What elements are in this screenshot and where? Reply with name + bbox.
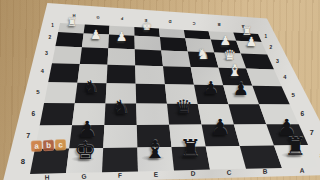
file-label-far-F: F [121,16,123,20]
piece-black-pawn-c7[interactable]: ♟ [210,116,230,138]
piece-black-pawn-c5[interactable]: ♟ [203,79,219,97]
broadcaster-logo: a b c [31,139,67,152]
piece-black-queen-d6[interactable]: ♛ [175,97,193,117]
file-label-far-G: G [96,15,99,19]
file-label-near-A: A [299,168,304,175]
file-label-near-C: C [227,170,232,177]
file-label-near-B: B [263,169,268,176]
file-label-near-F: F [118,173,122,180]
piece-white-king-e1[interactable]: ♚ [142,21,152,32]
logo-block-c: c [55,139,67,151]
rank-label-left-5: 5 [36,89,39,95]
file-label-near-E: E [154,172,158,179]
rank-label-left-1: 1 [51,24,54,29]
piece-white-pawn-f2[interactable]: ♟ [116,31,127,44]
rank-label-left-3: 3 [45,52,48,57]
piece-white-pawn-g2[interactable]: ♟ [90,30,101,43]
rank-label-right-5: 5 [292,92,295,98]
piece-black-king-g8[interactable]: ♚ [74,139,96,164]
file-label-far-D: D [169,19,172,23]
rank-label-right-1: 1 [265,35,268,40]
rank-label-left-2: 2 [48,36,51,41]
rank-label-left-8: 8 [21,158,25,166]
piece-white-knight-c3[interactable]: ♞ [196,47,209,61]
file-label-near-G: G [81,174,86,180]
rank-label-right-2: 2 [270,46,273,51]
rank-label-right-6: 6 [300,111,304,118]
piece-black-knight-g5[interactable]: ♞ [83,78,99,96]
piece-white-pawn-b2[interactable]: ♟ [220,35,231,48]
piece-black-rook-a8[interactable]: ♜ [284,135,306,160]
piece-black-rook-d8[interactable]: ♜ [179,137,201,162]
piece-white-pawn-a2[interactable]: ♟ [246,36,257,49]
file-label-far-B: B [217,22,220,26]
logo-block-b: b [43,140,55,152]
piece-black-pawn-b5[interactable]: ♟ [233,79,249,97]
piece-white-rook-h1[interactable]: ♜ [67,17,77,28]
logo-block-a: a [31,140,43,152]
rank-label-left-7: 7 [26,134,30,141]
file-label-near-D: D [190,171,195,178]
rank-label-right-4: 4 [283,75,286,81]
piece-black-knight-f6[interactable]: ♞ [112,97,130,117]
file-label-far-C: C [193,21,196,25]
rank-label-left-4: 4 [41,69,44,75]
file-label-near-H: H [45,175,50,180]
piece-black-bishop-e8[interactable]: ♝ [144,138,166,163]
rank-label-left-6: 6 [31,111,35,118]
chess-news-still: HGFEDCBAHGFEDCBA1122334455667788♚♜♜♟♟♟♟♛… [0,0,320,180]
rank-label-right-7: 7 [310,131,314,138]
rank-label-right-3: 3 [276,59,279,64]
